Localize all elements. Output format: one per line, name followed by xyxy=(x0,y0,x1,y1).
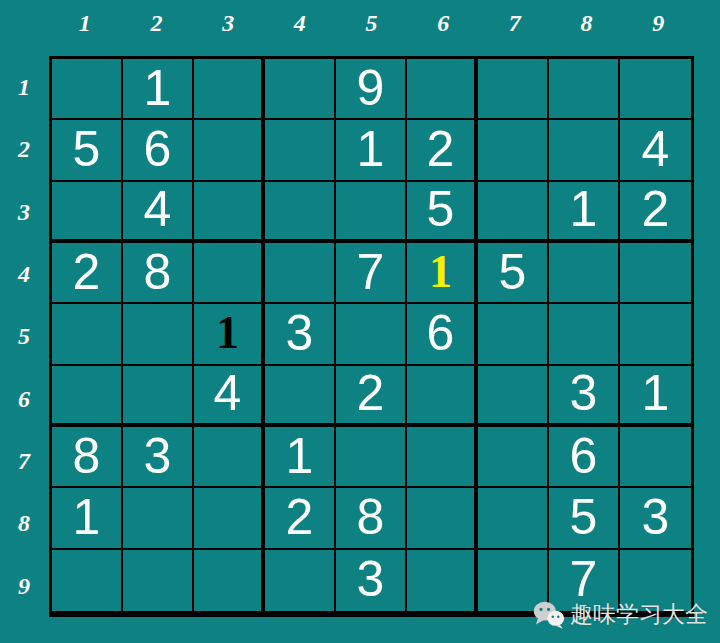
digit: 1 xyxy=(286,431,314,481)
cell-r3c4[interactable] xyxy=(265,182,336,243)
cell-r6c5[interactable]: 2 xyxy=(336,366,407,427)
digit: 9 xyxy=(357,63,385,113)
cell-r4c8[interactable] xyxy=(549,243,620,304)
digit: 3 xyxy=(570,368,598,418)
row-label-3: 3 xyxy=(6,181,42,243)
cell-r5c4[interactable]: 3 xyxy=(265,304,336,365)
cell-r4c4[interactable] xyxy=(265,243,336,304)
cell-r2c5[interactable]: 1 xyxy=(336,120,407,181)
digit: 2 xyxy=(357,368,385,418)
digit: 6 xyxy=(144,124,172,174)
cell-r7c6[interactable] xyxy=(407,427,478,488)
digit: 1 xyxy=(357,124,385,174)
cell-r2c1[interactable]: 5 xyxy=(52,120,123,181)
cell-r5c8[interactable] xyxy=(549,304,620,365)
cell-r6c6[interactable] xyxy=(407,366,478,427)
cell-r1c4[interactable] xyxy=(265,59,336,120)
cell-r1c5[interactable]: 9 xyxy=(336,59,407,120)
column-label-4: 4 xyxy=(264,6,336,40)
digit: 3 xyxy=(642,492,670,542)
cell-r8c9[interactable]: 3 xyxy=(620,488,691,549)
digit: 2 xyxy=(427,124,455,174)
cell-r7c5[interactable] xyxy=(336,427,407,488)
cell-r3c1[interactable] xyxy=(52,182,123,243)
digit: 2 xyxy=(73,247,101,297)
digit: 8 xyxy=(144,247,172,297)
cell-r8c2[interactable] xyxy=(123,488,194,549)
cell-r8c5[interactable]: 8 xyxy=(336,488,407,549)
column-label-8: 8 xyxy=(551,6,623,40)
row-label-9: 9 xyxy=(6,555,42,617)
cell-r1c9[interactable] xyxy=(620,59,691,120)
digit: 5 xyxy=(570,492,598,542)
column-label-1: 1 xyxy=(49,6,121,40)
row-label-8: 8 xyxy=(6,492,42,554)
cell-r3c3[interactable] xyxy=(194,182,265,243)
digit: 4 xyxy=(144,184,172,234)
cell-r3c9[interactable]: 2 xyxy=(620,182,691,243)
cell-r2c3[interactable] xyxy=(194,120,265,181)
digit: 1 xyxy=(642,368,670,418)
cell-r9c6[interactable] xyxy=(407,550,478,611)
digit: 2 xyxy=(286,492,314,542)
cell-r5c3[interactable]: 1 xyxy=(194,304,265,365)
cell-r5c1[interactable] xyxy=(52,304,123,365)
cell-r4c3[interactable] xyxy=(194,243,265,304)
column-label-5: 5 xyxy=(336,6,408,40)
wechat-icon xyxy=(533,600,565,629)
digit: 8 xyxy=(357,492,385,542)
cell-r2c7[interactable] xyxy=(478,120,549,181)
cell-r5c5[interactable] xyxy=(336,304,407,365)
digit: 5 xyxy=(427,184,455,234)
cell-r8c4[interactable]: 2 xyxy=(265,488,336,549)
cell-r7c7[interactable] xyxy=(478,427,549,488)
cell-r1c6[interactable] xyxy=(407,59,478,120)
digit: 6 xyxy=(570,431,598,481)
cell-r2c9[interactable]: 4 xyxy=(620,120,691,181)
column-label-6: 6 xyxy=(407,6,479,40)
cell-r3c7[interactable] xyxy=(478,182,549,243)
cell-r6c3[interactable]: 4 xyxy=(194,366,265,427)
watermark: 趣味学习大全 xyxy=(533,600,708,629)
digit: 5 xyxy=(499,247,527,297)
cell-r7c9[interactable] xyxy=(620,427,691,488)
cell-r7c1[interactable]: 8 xyxy=(52,427,123,488)
digit: 1 xyxy=(144,63,172,113)
cell-r7c8[interactable]: 6 xyxy=(549,427,620,488)
row-label-4: 4 xyxy=(6,243,42,305)
sudoku-board: 1956124451228715136423183161285337 xyxy=(49,56,694,617)
cell-r4c7[interactable]: 5 xyxy=(478,243,549,304)
cell-r1c7[interactable] xyxy=(478,59,549,120)
digit: 8 xyxy=(73,431,101,481)
cell-r4c2[interactable]: 8 xyxy=(123,243,194,304)
cell-r1c8[interactable] xyxy=(549,59,620,120)
cell-r4c1[interactable]: 2 xyxy=(52,243,123,304)
cell-r2c4[interactable] xyxy=(265,120,336,181)
digit: 6 xyxy=(427,308,455,358)
cell-r5c7[interactable] xyxy=(478,304,549,365)
cell-r8c3[interactable] xyxy=(194,488,265,549)
row-label-2: 2 xyxy=(6,118,42,180)
cell-r6c9[interactable]: 1 xyxy=(620,366,691,427)
cell-r7c2[interactable]: 3 xyxy=(123,427,194,488)
watermark-text: 趣味学习大全 xyxy=(570,603,708,626)
cell-r8c1[interactable]: 1 xyxy=(52,488,123,549)
digit: 4 xyxy=(642,124,670,174)
cell-r1c3[interactable] xyxy=(194,59,265,120)
cell-r5c2[interactable] xyxy=(123,304,194,365)
cell-r6c8[interactable]: 3 xyxy=(549,366,620,427)
column-labels: 123456789 xyxy=(49,6,694,40)
cell-r6c1[interactable] xyxy=(52,366,123,427)
row-label-6: 6 xyxy=(6,368,42,430)
column-label-2: 2 xyxy=(121,6,193,40)
digit: 1 xyxy=(216,310,239,356)
digit: 7 xyxy=(357,247,385,297)
cell-r1c2[interactable]: 1 xyxy=(123,59,194,120)
cell-r4c6[interactable]: 1 xyxy=(407,243,478,304)
cell-r6c2[interactable] xyxy=(123,366,194,427)
cell-r9c2[interactable] xyxy=(123,550,194,611)
column-label-9: 9 xyxy=(622,6,694,40)
row-label-1: 1 xyxy=(6,56,42,118)
cell-r5c9[interactable] xyxy=(620,304,691,365)
cell-r2c6[interactable]: 2 xyxy=(407,120,478,181)
cell-r9c3[interactable] xyxy=(194,550,265,611)
cell-r4c9[interactable] xyxy=(620,243,691,304)
row-labels: 123456789 xyxy=(6,56,42,617)
digit: 2 xyxy=(642,184,670,234)
column-label-3: 3 xyxy=(192,6,264,40)
cell-r3c8[interactable]: 1 xyxy=(549,182,620,243)
digit: 3 xyxy=(286,308,314,358)
digit: 1 xyxy=(73,492,101,542)
digit: 4 xyxy=(214,368,242,418)
digit: 7 xyxy=(570,554,598,604)
cell-r2c2[interactable]: 6 xyxy=(123,120,194,181)
cell-r4c5[interactable]: 7 xyxy=(336,243,407,304)
digit: 3 xyxy=(144,431,172,481)
page: 123456789 123456789 19561244512287151364… xyxy=(0,0,720,643)
digit: 1 xyxy=(570,184,598,234)
cell-r3c6[interactable]: 5 xyxy=(407,182,478,243)
cell-r8c8[interactable]: 5 xyxy=(549,488,620,549)
cell-r9c5[interactable]: 3 xyxy=(336,550,407,611)
cell-r3c5[interactable] xyxy=(336,182,407,243)
cell-r5c6[interactable]: 6 xyxy=(407,304,478,365)
row-label-5: 5 xyxy=(6,305,42,367)
cell-r1c1[interactable] xyxy=(52,59,123,120)
cell-r9c4[interactable] xyxy=(265,550,336,611)
row-label-7: 7 xyxy=(6,430,42,492)
cell-r7c3[interactable] xyxy=(194,427,265,488)
cell-r8c7[interactable] xyxy=(478,488,549,549)
digit: 1 xyxy=(429,249,452,295)
column-label-7: 7 xyxy=(479,6,551,40)
cell-r6c7[interactable] xyxy=(478,366,549,427)
digit: 5 xyxy=(73,124,101,174)
cell-r3c2[interactable]: 4 xyxy=(123,182,194,243)
cell-r7c4[interactable]: 1 xyxy=(265,427,336,488)
cell-r6c4[interactable] xyxy=(265,366,336,427)
cell-r2c8[interactable] xyxy=(549,120,620,181)
digit: 3 xyxy=(357,554,385,604)
cell-r8c6[interactable] xyxy=(407,488,478,549)
cell-r9c1[interactable] xyxy=(52,550,123,611)
